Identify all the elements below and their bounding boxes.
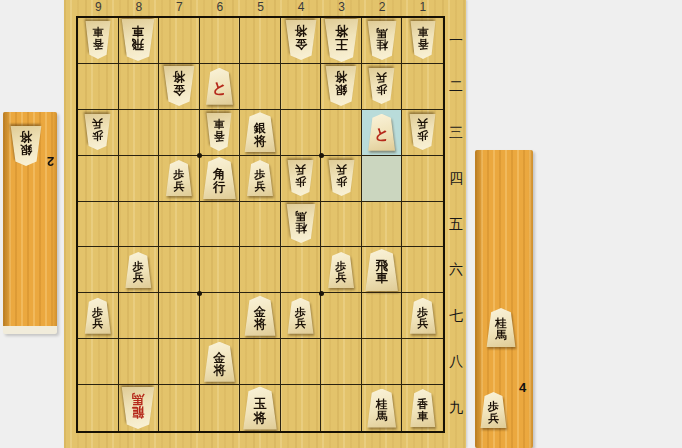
square-74[interactable]: 歩兵 [159,156,200,202]
piece-kanji: 飛 [132,38,145,51]
piece-kanji: 兵 [488,413,499,424]
piece-kanji: 歩 [376,84,387,95]
piece-kanji: 桂 [376,38,388,50]
square-25[interactable] [362,202,403,248]
square-56[interactable] [240,247,281,293]
piece-kanji: 兵 [336,272,347,283]
square-81[interactable]: 飛車 [119,18,160,64]
hand-count: 2 [47,154,54,169]
square-93[interactable]: 歩兵 [78,110,119,156]
piece-kanji: 王 [335,38,348,51]
piece-kanji: 香 [92,38,103,49]
square-58[interactable] [240,339,281,385]
square-19[interactable]: 香車 [402,385,443,431]
square-37[interactable] [321,293,362,339]
piece-玉将-sente[interactable]: 玉将 [242,387,277,430]
square-24[interactable] [362,156,403,202]
rank-label-1: 一 [448,32,464,50]
square-13[interactable]: 歩兵 [402,110,443,156]
star-point [319,153,324,158]
rank-label-4: 四 [448,170,464,188]
piece-face: 歩兵 [368,68,395,104]
square-97[interactable]: 歩兵 [78,293,119,339]
piece-kanji: 将 [173,72,185,84]
square-72[interactable]: 金将 [159,64,200,110]
square-39[interactable] [321,385,362,431]
square-73[interactable] [159,110,200,156]
piece-香車-gote[interactable]: 香車 [85,21,111,59]
square-28[interactable] [362,339,403,385]
square-65[interactable] [200,202,241,248]
square-55[interactable] [240,202,281,248]
piece-歩兵-sente[interactable]: 歩兵 [328,252,355,288]
square-92[interactable] [78,64,119,110]
square-66[interactable] [200,247,241,293]
piece-歩兵-gote[interactable]: 歩兵 [328,160,355,196]
rank-label-9: 九 [448,399,464,417]
square-15[interactable] [402,202,443,248]
piece-kanji: 馬 [495,330,507,342]
file-label-6: 6 [217,0,224,14]
file-label-3: 3 [338,0,345,14]
piece-face: 歩兵 [246,160,273,196]
rank-label-7: 七 [448,307,464,325]
square-61[interactable] [200,18,241,64]
square-46[interactable] [281,247,322,293]
piece-と-sente[interactable]: と [205,68,233,105]
square-98[interactable] [78,339,119,385]
square-79[interactable] [159,385,200,431]
square-31[interactable]: 王将 [321,18,362,64]
square-16[interactable] [402,247,443,293]
star-point [319,291,324,296]
piece-kanji: 歩 [488,401,499,412]
square-89[interactable]: 龍馬 [119,385,160,431]
piece-歩兵-sente[interactable]: 歩兵 [287,298,314,334]
square-27[interactable] [362,293,403,339]
square-18[interactable] [402,339,443,385]
piece-銀将-gote[interactable]: 銀将 [325,66,357,106]
piece-face: と [205,68,233,105]
square-75[interactable] [159,202,200,248]
square-17[interactable]: 歩兵 [402,293,443,339]
piece-face: 桂馬 [286,204,316,243]
square-71[interactable] [159,18,200,64]
piece-歩兵-sente[interactable]: 歩兵 [246,160,273,196]
gote-captured-stand: 銀将2 [3,112,57,334]
square-91[interactable]: 香車 [78,18,119,64]
square-88[interactable] [119,339,160,385]
piece-face: 香車 [410,21,436,59]
square-45[interactable]: 桂馬 [281,202,322,248]
piece-face: 銀将 [325,66,357,106]
piece-face: 香車 [206,113,232,151]
square-62[interactable]: と [200,64,241,110]
piece-kanji: 将 [254,318,266,330]
piece-kanji: 車 [132,25,145,38]
piece-角行-sente[interactable]: 角行 [202,157,236,199]
piece-face: 香車 [410,389,436,427]
piece-桂馬-sente[interactable]: 桂馬 [367,389,397,428]
piece-kanji: 金 [173,84,185,96]
piece-kanji: 将 [335,72,347,84]
piece-kanji: 馬 [376,26,388,38]
piece-kanji: 車 [92,27,103,38]
square-67[interactable] [200,293,241,339]
piece-face: 金将 [163,66,195,106]
piece-龍馬-gote[interactable]: 龍馬 [121,387,155,429]
square-57[interactable]: 金将 [240,293,281,339]
piece-銀将-gote[interactable]: 銀将 [10,126,42,166]
square-78[interactable] [159,339,200,385]
file-label-1: 1 [419,0,426,14]
piece-歩兵-gote[interactable]: 歩兵 [84,114,111,150]
piece-金将-sente[interactable]: 金将 [203,342,235,382]
file-label-2: 2 [379,0,386,14]
piece-kanji: と [212,81,227,96]
square-52[interactable] [240,64,281,110]
square-14[interactable] [402,156,443,202]
piece-歩兵-sente[interactable]: 歩兵 [480,392,507,428]
piece-kanji: 将 [20,131,32,143]
piece-face: 香車 [85,21,111,59]
rank-label-3: 三 [448,124,464,142]
piece-kanji: 将 [254,135,266,147]
square-34[interactable]: 歩兵 [321,156,362,202]
piece-kanji: 馬 [132,393,145,406]
square-21[interactable]: 桂馬 [362,18,403,64]
square-32[interactable]: 銀将 [321,64,362,110]
piece-face: 金将 [203,342,235,382]
piece-kanji: 兵 [295,318,306,329]
piece-kanji: 車 [417,27,428,38]
piece-face: 歩兵 [125,252,152,288]
piece-kanji: 歩 [417,130,428,141]
piece-歩兵-sente[interactable]: 歩兵 [409,298,436,334]
piece-桂馬-gote[interactable]: 桂馬 [367,21,397,60]
piece-kanji: 玉 [253,397,266,410]
star-point [197,291,202,296]
sente-captured-stand: 桂馬歩兵4 [475,150,533,448]
piece-face: 歩兵 [328,160,355,196]
piece-kanji: 兵 [417,318,428,329]
piece-飛車-gote[interactable]: 飛車 [121,19,155,61]
shogi-board-panel: 香車飛車金将王将桂馬香車金将と銀将歩兵歩兵香車銀将と歩兵歩兵角行歩兵歩兵歩兵桂馬… [64,0,466,448]
square-23[interactable]: と [362,110,403,156]
piece-kanji: 兵 [254,181,265,192]
square-33[interactable] [321,110,362,156]
square-47[interactable]: 歩兵 [281,293,322,339]
piece-kanji: 歩 [92,130,103,141]
piece-kanji: 歩 [336,176,347,187]
square-82[interactable] [119,64,160,110]
square-68[interactable]: 金将 [200,339,241,385]
piece-kanji: 角 [213,168,226,181]
square-53[interactable]: 銀将 [240,110,281,156]
rank-label-2: 二 [448,78,464,96]
piece-香車-sente[interactable]: 香車 [410,389,436,427]
piece-飛車-sente[interactable]: 飛車 [365,249,399,291]
rank-label-5: 五 [448,216,464,234]
piece-face: 歩兵 [480,392,507,428]
square-35[interactable] [321,202,362,248]
square-63[interactable]: 香車 [200,110,241,156]
square-54[interactable]: 歩兵 [240,156,281,202]
square-96[interactable] [78,247,119,293]
piece-kanji: 車 [375,272,388,285]
square-12[interactable] [402,64,443,110]
piece-kanji: 将 [335,25,348,38]
square-38[interactable] [321,339,362,385]
piece-kanji: 兵 [295,164,306,175]
square-43[interactable] [281,110,322,156]
square-29[interactable]: 桂馬 [362,385,403,431]
square-44[interactable]: 歩兵 [281,156,322,202]
piece-kanji: 歩 [254,169,265,180]
square-26[interactable]: 飛車 [362,247,403,293]
piece-face: 歩兵 [84,114,111,150]
piece-kanji: 歩 [295,176,306,187]
square-83[interactable] [119,110,160,156]
piece-face: 歩兵 [328,252,355,288]
piece-kanji: 兵 [92,318,103,329]
piece-face: 王将 [324,19,359,62]
piece-face: 龍馬 [121,387,155,429]
piece-kanji: 馬 [376,411,388,423]
rank-label-6: 六 [448,261,464,279]
square-51[interactable] [240,18,281,64]
piece-face: 銀将 [244,112,276,152]
hand-group: 歩兵 [480,392,507,428]
piece-face: 歩兵 [409,114,436,150]
square-11[interactable]: 香車 [402,18,443,64]
piece-face: 金将 [285,20,317,60]
piece-歩兵-sente[interactable]: 歩兵 [84,298,111,334]
piece-kanji: 銀 [335,84,347,96]
hand-count: 4 [519,380,526,395]
square-85[interactable] [119,202,160,248]
piece-kanji: と [374,127,389,142]
piece-face: 銀将 [10,126,42,166]
piece-face: 歩兵 [287,298,314,334]
piece-face: 桂馬 [486,308,516,347]
piece-銀将-sente[interactable]: 銀将 [244,112,276,152]
piece-face: 歩兵 [84,298,111,334]
square-42[interactable] [281,64,322,110]
piece-face: 角行 [202,157,236,199]
piece-桂馬-sente[interactable]: 桂馬 [486,308,516,347]
piece-kanji: 兵 [336,164,347,175]
piece-王将-gote[interactable]: 王将 [324,19,359,62]
piece-kanji: 香 [214,130,225,141]
piece-kanji: 歩 [173,169,184,180]
piece-と-sente[interactable]: と [368,114,396,151]
hand-group: 銀将 [10,126,42,166]
piece-kanji: 桂 [295,221,307,233]
square-87[interactable] [119,293,160,339]
piece-face: 飛車 [365,249,399,291]
piece-kanji: 兵 [92,118,103,129]
file-label-7: 7 [176,0,183,14]
piece-face: 飛車 [121,19,155,61]
piece-kanji: 桂 [376,399,388,411]
square-84[interactable] [119,156,160,202]
square-77[interactable] [159,293,200,339]
piece-金将-gote[interactable]: 金将 [163,66,195,106]
piece-kanji: 銀 [254,122,266,134]
piece-歩兵-gote[interactable]: 歩兵 [287,160,314,196]
file-label-5: 5 [257,0,264,14]
square-36[interactable]: 歩兵 [321,247,362,293]
file-label-8: 8 [135,0,142,14]
file-label-4: 4 [298,0,305,14]
piece-kanji: 車 [417,411,428,422]
shogi-app: 銀将2 香車飛車金将王将桂馬香車金将と銀将歩兵歩兵香車銀将と歩兵歩兵角行歩兵歩兵… [0,0,682,448]
piece-face: 金将 [244,296,276,336]
rank-label-8: 八 [448,353,464,371]
piece-歩兵-sente[interactable]: 歩兵 [165,160,192,196]
square-69[interactable] [200,385,241,431]
piece-kanji: 行 [213,181,226,194]
board-grid: 香車飛車金将王将桂馬香車金将と銀将歩兵歩兵香車銀将と歩兵歩兵角行歩兵歩兵歩兵桂馬… [76,16,445,433]
square-48[interactable] [281,339,322,385]
piece-face: と [368,114,396,151]
piece-桂馬-gote[interactable]: 桂馬 [286,204,316,243]
piece-kanji: 兵 [173,181,184,192]
piece-face: 桂馬 [367,389,397,428]
piece-歩兵-gote[interactable]: 歩兵 [409,114,436,150]
square-41[interactable]: 金将 [281,18,322,64]
piece-face: 桂馬 [367,21,397,60]
piece-kanji: 金 [295,38,307,50]
piece-kanji: 兵 [376,73,387,84]
piece-kanji: 龍 [132,406,145,419]
piece-香車-gote[interactable]: 香車 [206,113,232,151]
piece-face: 玉将 [242,387,277,430]
square-76[interactable] [159,247,200,293]
piece-香車-gote[interactable]: 香車 [410,21,436,59]
piece-kanji: 馬 [295,210,307,222]
piece-face: 歩兵 [409,298,436,334]
square-49[interactable] [281,385,322,431]
piece-kanji: 兵 [133,272,144,283]
piece-kanji: 銀 [20,144,32,156]
piece-歩兵-sente[interactable]: 歩兵 [125,252,152,288]
square-64[interactable]: 角行 [200,156,241,202]
piece-kanji: 車 [214,118,225,129]
square-86[interactable]: 歩兵 [119,247,160,293]
square-99[interactable] [78,385,119,431]
piece-kanji: 将 [213,364,225,376]
square-22[interactable]: 歩兵 [362,64,403,110]
square-59[interactable]: 玉将 [240,385,281,431]
hand-group: 桂馬 [486,308,516,347]
piece-kanji: 香 [417,399,428,410]
piece-face: 歩兵 [165,160,192,196]
piece-kanji: 将 [295,26,307,38]
piece-金将-sente[interactable]: 金将 [244,296,276,336]
piece-kanji: 兵 [417,118,428,129]
piece-kanji: 香 [417,38,428,49]
square-94[interactable] [78,156,119,202]
piece-金将-gote[interactable]: 金将 [285,20,317,60]
piece-歩兵-gote[interactable]: 歩兵 [368,68,395,104]
file-label-9: 9 [95,0,102,14]
piece-kanji: 将 [253,411,266,424]
piece-face: 歩兵 [287,160,314,196]
square-95[interactable] [78,202,119,248]
